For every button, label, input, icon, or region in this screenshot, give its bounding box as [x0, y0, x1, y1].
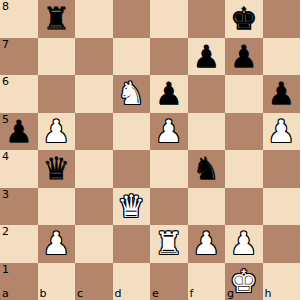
black-pawn-h6[interactable]: ♟ — [267, 75, 295, 112]
black-knight-f4[interactable]: ♞ — [192, 150, 220, 187]
square-e1[interactable]: e — [150, 263, 188, 300]
square-a7[interactable]: 7 — [0, 38, 38, 76]
square-f5[interactable] — [188, 113, 226, 151]
square-f6[interactable] — [188, 75, 226, 113]
square-h6[interactable]: ♟ — [263, 75, 301, 113]
file-label-b: b — [40, 288, 47, 299]
rank-label-6: 6 — [2, 76, 9, 87]
square-a3[interactable]: 3 — [0, 188, 38, 226]
rank-label-7: 7 — [2, 39, 9, 50]
square-h4[interactable] — [263, 150, 301, 188]
square-f3[interactable] — [188, 188, 226, 226]
white-pawn-e5[interactable]: ♟ — [155, 113, 183, 150]
file-label-a: a — [2, 288, 9, 299]
file-label-h: h — [265, 288, 272, 299]
square-b4[interactable]: ♛ — [38, 150, 76, 188]
white-knight-d6[interactable]: ♞ — [117, 75, 145, 112]
square-g8[interactable]: ♚ — [225, 0, 263, 38]
square-d7[interactable] — [113, 38, 151, 76]
square-b3[interactable] — [38, 188, 76, 226]
square-c1[interactable]: c — [75, 263, 113, 300]
square-e4[interactable] — [150, 150, 188, 188]
white-pawn-b5[interactable]: ♟ — [42, 113, 70, 150]
square-b1[interactable]: b — [38, 263, 76, 300]
square-d5[interactable] — [113, 113, 151, 151]
file-label-e: e — [152, 288, 159, 299]
white-pawn-b2[interactable]: ♟ — [42, 225, 70, 262]
white-pawn-g2[interactable]: ♟ — [230, 225, 258, 262]
square-b8[interactable]: ♜ — [38, 0, 76, 38]
square-b7[interactable] — [38, 38, 76, 76]
square-a2[interactable]: 2 — [0, 225, 38, 263]
rank-label-1: 1 — [2, 264, 9, 275]
square-e5[interactable]: ♟ — [150, 113, 188, 151]
white-pawn-h5[interactable]: ♟ — [267, 113, 295, 150]
square-c3[interactable] — [75, 188, 113, 226]
square-h2[interactable] — [263, 225, 301, 263]
file-label-d: d — [115, 288, 122, 299]
square-e3[interactable] — [150, 188, 188, 226]
square-f1[interactable]: f — [188, 263, 226, 300]
square-g2[interactable]: ♟ — [225, 225, 263, 263]
square-g3[interactable] — [225, 188, 263, 226]
square-c8[interactable] — [75, 0, 113, 38]
square-d6[interactable]: ♞ — [113, 75, 151, 113]
black-pawn-f7[interactable]: ♟ — [192, 38, 220, 75]
file-label-c: c — [77, 288, 83, 299]
square-g6[interactable] — [225, 75, 263, 113]
square-b5[interactable]: ♟ — [38, 113, 76, 151]
square-d2[interactable] — [113, 225, 151, 263]
square-h3[interactable] — [263, 188, 301, 226]
square-d4[interactable] — [113, 150, 151, 188]
black-pawn-g7[interactable]: ♟ — [230, 38, 258, 75]
file-label-f: f — [190, 288, 194, 299]
square-d8[interactable] — [113, 0, 151, 38]
black-pawn-a5[interactable]: ♟ — [5, 113, 33, 150]
square-e6[interactable]: ♟ — [150, 75, 188, 113]
square-f4[interactable]: ♞ — [188, 150, 226, 188]
square-h8[interactable] — [263, 0, 301, 38]
white-rook-e2[interactable]: ♜ — [155, 225, 183, 262]
white-queen-d3[interactable]: ♛ — [117, 188, 145, 225]
square-g5[interactable] — [225, 113, 263, 151]
square-f8[interactable] — [188, 0, 226, 38]
square-h7[interactable] — [263, 38, 301, 76]
square-a8[interactable]: 8 — [0, 0, 38, 38]
square-e2[interactable]: ♜ — [150, 225, 188, 263]
square-c7[interactable] — [75, 38, 113, 76]
square-d3[interactable]: ♛ — [113, 188, 151, 226]
square-d1[interactable]: d — [113, 263, 151, 300]
square-f2[interactable]: ♟ — [188, 225, 226, 263]
square-g1[interactable]: g♚ — [225, 263, 263, 300]
square-c6[interactable] — [75, 75, 113, 113]
square-e7[interactable] — [150, 38, 188, 76]
black-queen-b4[interactable]: ♛ — [42, 150, 70, 187]
square-a6[interactable]: 6 — [0, 75, 38, 113]
square-f7[interactable]: ♟ — [188, 38, 226, 76]
square-c4[interactable] — [75, 150, 113, 188]
black-king-g8[interactable]: ♚ — [230, 0, 258, 37]
square-c5[interactable] — [75, 113, 113, 151]
square-h1[interactable]: h — [263, 263, 301, 300]
rank-label-3: 3 — [2, 189, 9, 200]
square-c2[interactable] — [75, 225, 113, 263]
white-king-g1[interactable]: ♚ — [230, 263, 258, 300]
square-e8[interactable] — [150, 0, 188, 38]
square-h5[interactable]: ♟ — [263, 113, 301, 151]
square-a1[interactable]: 1a — [0, 263, 38, 300]
black-pawn-e6[interactable]: ♟ — [155, 75, 183, 112]
chess-board: 8♜♚7♟♟6♞♟♟5♟♟♟♟4♛♞3♛2♟♜♟♟1abcdefg♚h — [0, 0, 300, 300]
square-g4[interactable] — [225, 150, 263, 188]
rank-label-2: 2 — [2, 226, 9, 237]
square-a4[interactable]: 4 — [0, 150, 38, 188]
square-b6[interactable] — [38, 75, 76, 113]
black-rook-b8[interactable]: ♜ — [42, 0, 70, 37]
white-pawn-f2[interactable]: ♟ — [192, 225, 220, 262]
rank-label-8: 8 — [2, 1, 9, 12]
square-b2[interactable]: ♟ — [38, 225, 76, 263]
rank-label-4: 4 — [2, 151, 9, 162]
square-g7[interactable]: ♟ — [225, 38, 263, 76]
square-a5[interactable]: 5♟ — [0, 113, 38, 151]
